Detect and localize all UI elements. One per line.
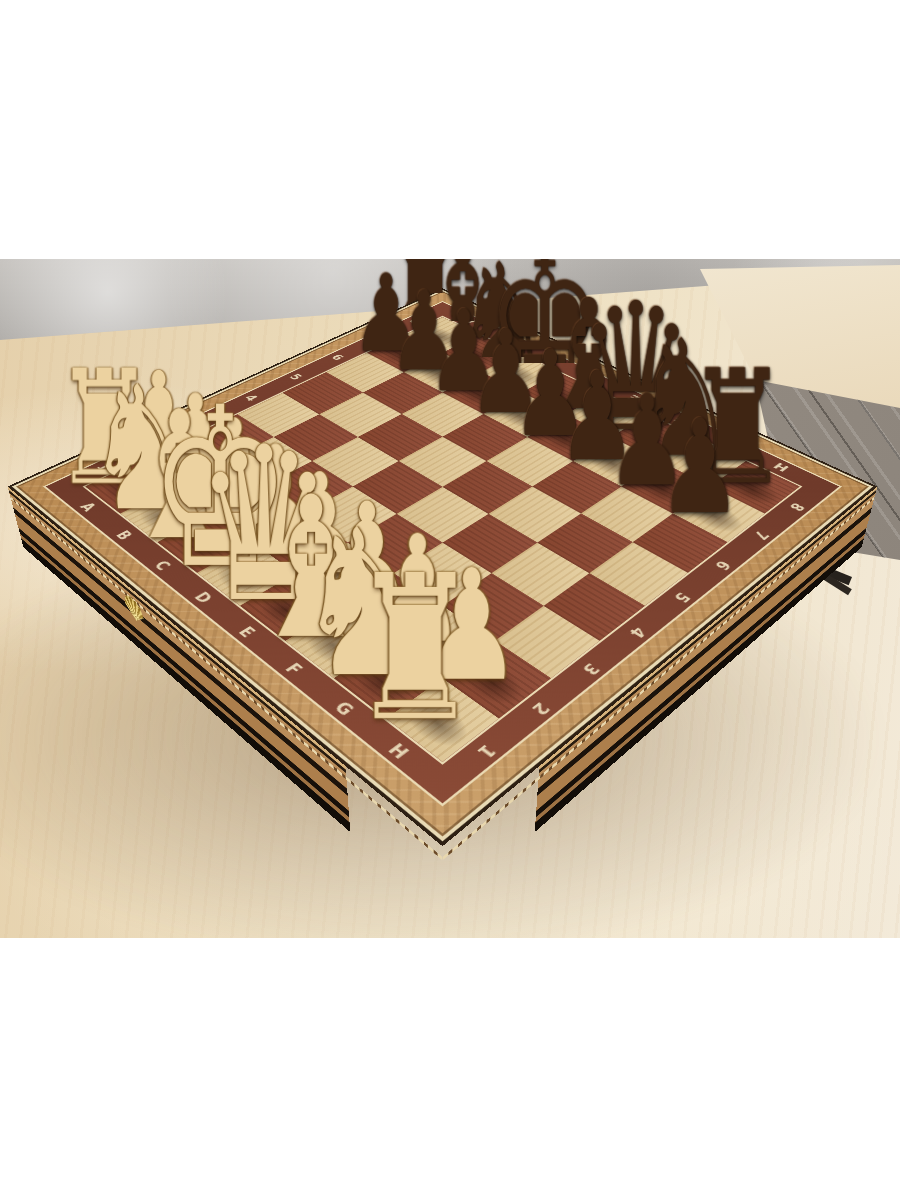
- piece-black-pawn[interactable]: ♟: [659, 410, 743, 527]
- piece-white-rook[interactable]: ♜: [351, 558, 480, 738]
- photo-area: ABCDEFGH ABCDEFGH 87654321 87654321 ♜♝♞♚…: [0, 259, 900, 938]
- screenshot: ABCDEFGH ABCDEFGH 87654321 87654321 ♜♝♞♚…: [0, 0, 900, 1200]
